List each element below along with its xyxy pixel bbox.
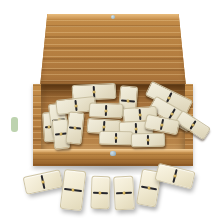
brass-spinner-icon <box>74 104 77 107</box>
tile-half-4 <box>95 84 116 99</box>
domino-tile-6-0 <box>154 163 195 190</box>
brass-spinner-icon <box>134 127 137 130</box>
domino-tile-2-4 <box>65 111 84 144</box>
tile-half-5 <box>91 193 108 208</box>
tile-half-4 <box>107 104 122 118</box>
brass-spinner-icon <box>122 191 125 194</box>
brass-spinner-icon <box>92 90 95 93</box>
tiles-layer <box>0 0 220 220</box>
tile-half-1 <box>100 132 115 144</box>
tile-half-2 <box>132 134 147 146</box>
brass-spinner-icon <box>126 99 129 102</box>
tile-half-2 <box>117 132 132 144</box>
tile-half-2 <box>149 134 164 146</box>
tile-half-1 <box>90 103 105 117</box>
tile-half-4 <box>63 170 85 190</box>
domino-tile-1-2 <box>99 131 133 146</box>
brass-spinner-icon <box>41 180 45 184</box>
brass-spinner-icon <box>114 136 117 139</box>
brass-spinner-icon <box>147 186 150 189</box>
tile-half-4 <box>61 190 83 210</box>
brass-spinner-icon <box>104 109 107 112</box>
tile-half-2 <box>162 118 179 134</box>
brass-spinner-icon <box>146 138 149 141</box>
tile-half-6 <box>92 177 109 192</box>
tile-half-6 <box>115 194 134 210</box>
domino-tile-1-4 <box>89 102 124 118</box>
brass-spinner-icon <box>71 188 74 191</box>
domino-tile-5-6 <box>113 175 135 210</box>
tile-half-1 <box>42 170 62 189</box>
domino-tile-0-0 <box>175 110 211 140</box>
product-photo <box>0 0 220 220</box>
tile-half-1 <box>137 187 158 206</box>
domino-tile-6-5 <box>90 176 110 210</box>
tile-divider <box>115 133 117 144</box>
brass-spinner-icon <box>99 191 102 194</box>
domino-tile-2-1 <box>23 169 64 195</box>
domino-tile-2-2 <box>131 133 165 148</box>
tile-divider <box>105 105 107 117</box>
tile-divider <box>147 135 149 146</box>
brass-spinner-icon <box>138 113 141 116</box>
brass-spinner-icon <box>73 126 76 129</box>
tile-half-2 <box>68 112 83 127</box>
tile-half-5 <box>114 177 133 193</box>
tile-half-4 <box>66 128 81 143</box>
domino-tile-4-4 <box>60 169 87 211</box>
